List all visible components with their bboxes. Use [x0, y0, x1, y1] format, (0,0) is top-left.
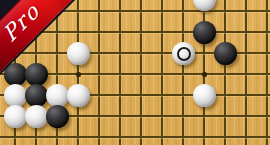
- black-stone: [25, 63, 48, 86]
- white-stone: [67, 84, 90, 107]
- go-app-screen: Pro: [0, 0, 270, 145]
- grid-line-horizontal: [0, 136, 270, 138]
- black-stone: [46, 105, 69, 128]
- white-stone: [193, 84, 216, 107]
- star-point: [76, 72, 81, 77]
- white-stone: [4, 105, 27, 128]
- black-stone: [214, 42, 237, 65]
- star-point: [202, 72, 207, 77]
- black-stone: [25, 84, 48, 107]
- white-stone: [193, 0, 216, 11]
- white-stone: [25, 105, 48, 128]
- white-stone: [46, 84, 69, 107]
- white-stone: [172, 42, 195, 65]
- last-move-circle-marker: [177, 47, 191, 61]
- black-stone: [193, 21, 216, 44]
- white-stone: [4, 84, 27, 107]
- white-stone: [67, 42, 90, 65]
